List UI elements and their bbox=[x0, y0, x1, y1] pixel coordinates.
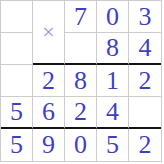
empty-cell bbox=[1, 65, 33, 97]
product-digit: 2 bbox=[129, 129, 161, 161]
multiplicand-digit-tens: 0 bbox=[97, 1, 129, 33]
empty-cell bbox=[1, 33, 33, 65]
empty-cell bbox=[129, 97, 161, 129]
partial-product-2-digit: 2 bbox=[65, 97, 97, 129]
multiplier-digit-ones: 4 bbox=[129, 33, 161, 65]
empty-cell bbox=[1, 1, 33, 33]
partial-product-2-digit: 4 bbox=[97, 97, 129, 129]
partial-product-1-digit: 2 bbox=[129, 65, 161, 97]
partial-product-1-digit: 1 bbox=[97, 65, 129, 97]
product-digit: 5 bbox=[97, 129, 129, 161]
long-multiplication-grid: × 7 0 3 8 4 2 8 1 2 5 6 2 4 5 9 0 5 2 bbox=[0, 0, 162, 162]
multiplicand-digit-ones: 3 bbox=[129, 1, 161, 33]
product-digit: 5 bbox=[1, 129, 33, 161]
times-sign: × bbox=[33, 1, 65, 65]
partial-product-1-digit: 8 bbox=[65, 65, 97, 97]
product-digit: 0 bbox=[65, 129, 97, 161]
partial-product-2-digit: 6 bbox=[33, 97, 65, 129]
partial-product-1-digit: 2 bbox=[33, 65, 65, 97]
empty-cell bbox=[65, 33, 97, 65]
multiplicand-digit-hundreds: 7 bbox=[65, 1, 97, 33]
product-digit: 9 bbox=[33, 129, 65, 161]
multiplier-digit-tens: 8 bbox=[97, 33, 129, 65]
partial-product-2-digit: 5 bbox=[1, 97, 33, 129]
